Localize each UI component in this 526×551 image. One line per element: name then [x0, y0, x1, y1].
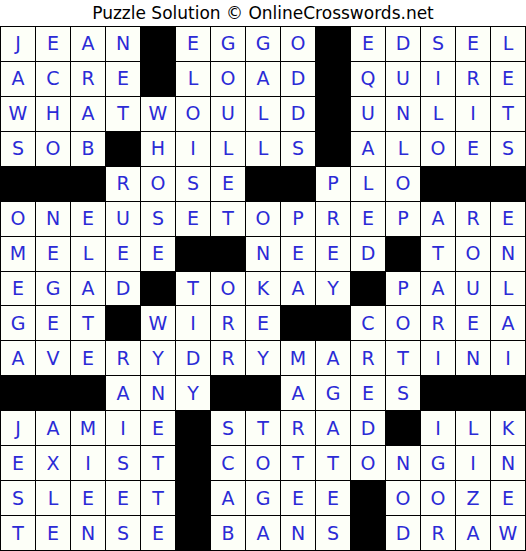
letter-cell: Y [316, 272, 350, 306]
letter-cell: T [176, 272, 210, 306]
letter-cell: G [316, 376, 350, 410]
letter-cell: Z [456, 481, 490, 515]
letter-cell: R [421, 306, 455, 340]
puzzle-solution-page: Puzzle Solution © OnlineCrosswords.net J… [0, 0, 526, 551]
letter-cell: D [281, 62, 315, 96]
letter-cell: E [281, 237, 315, 271]
letter-cell: T [1, 516, 35, 550]
block-cell [1, 167, 35, 201]
letter-cell: E [351, 27, 385, 61]
letter-cell: E [106, 237, 140, 271]
letter-cell: E [456, 306, 490, 340]
letter-cell: J [1, 411, 35, 445]
letter-cell: T [316, 446, 350, 480]
letter-cell: O [456, 237, 490, 271]
letter-cell: K [491, 411, 525, 445]
letter-cell: L [211, 132, 245, 166]
letter-cell: S [106, 516, 140, 550]
letter-cell: S [211, 411, 245, 445]
letter-cell: S [176, 167, 210, 201]
page-title: Puzzle Solution © OnlineCrosswords.net [92, 3, 434, 23]
letter-cell: Q [351, 62, 385, 96]
block-cell [36, 376, 70, 410]
letter-cell: R [316, 202, 350, 236]
letter-cell: O [36, 132, 70, 166]
block-cell [456, 167, 490, 201]
letter-cell: T [211, 202, 245, 236]
block-cell [316, 306, 350, 340]
letter-cell: S [386, 376, 420, 410]
letter-cell: E [176, 202, 210, 236]
letter-cell: O [1, 202, 35, 236]
letter-cell: S [141, 202, 175, 236]
letter-cell: E [71, 202, 105, 236]
letter-cell: E [316, 237, 350, 271]
letter-cell: E [316, 481, 350, 515]
letter-cell: D [351, 237, 385, 271]
letter-cell: E [71, 481, 105, 515]
letter-cell: I [71, 446, 105, 480]
letter-cell: R [281, 411, 315, 445]
letter-cell: R [456, 62, 490, 96]
block-cell [386, 237, 420, 271]
block-cell [316, 132, 350, 166]
letter-cell: E [491, 481, 525, 515]
letter-cell: A [1, 341, 35, 375]
letter-cell: G [211, 27, 245, 61]
letter-cell: T [141, 446, 175, 480]
letter-cell: A [71, 272, 105, 306]
letter-cell: G [36, 272, 70, 306]
letter-cell: O [421, 132, 455, 166]
block-cell [176, 516, 210, 550]
letter-cell: S [491, 132, 525, 166]
letter-cell: E [211, 167, 245, 201]
block-cell [71, 376, 105, 410]
letter-cell: J [1, 27, 35, 61]
letter-cell: O [141, 167, 175, 201]
letter-cell: A [281, 272, 315, 306]
letter-cell: O [211, 272, 245, 306]
block-cell [106, 306, 140, 340]
letter-cell: R [421, 516, 455, 550]
letter-cell: A [421, 272, 455, 306]
letter-cell: D [386, 27, 420, 61]
letter-cell: M [1, 237, 35, 271]
letter-cell: H [141, 132, 175, 166]
letter-cell: A [316, 341, 350, 375]
letter-cell: T [386, 341, 420, 375]
crossword-grid: JEANEGGOEDSELACRELOADQUIREWHATWOULDUNLIT… [0, 26, 526, 551]
letter-cell: U [211, 97, 245, 131]
letter-cell: T [141, 481, 175, 515]
letter-cell: E [36, 237, 70, 271]
letter-cell: L [491, 272, 525, 306]
letter-cell: T [246, 411, 280, 445]
letter-cell: Y [176, 376, 210, 410]
letter-cell: N [281, 516, 315, 550]
block-cell [246, 376, 280, 410]
letter-cell: O [281, 27, 315, 61]
letter-cell: P [386, 272, 420, 306]
letter-cell: O [386, 481, 420, 515]
letter-cell: E [106, 481, 140, 515]
letter-cell: E [36, 27, 70, 61]
letter-cell: O [246, 446, 280, 480]
block-cell [491, 376, 525, 410]
letter-cell: L [421, 97, 455, 131]
letter-cell: L [36, 481, 70, 515]
letter-cell: Y [246, 341, 280, 375]
letter-cell: M [281, 341, 315, 375]
block-cell [36, 167, 70, 201]
letter-cell: E [176, 27, 210, 61]
letter-cell: U [106, 202, 140, 236]
title-bar: Puzzle Solution © OnlineCrosswords.net [0, 0, 526, 26]
block-cell [211, 237, 245, 271]
letter-cell: L [71, 237, 105, 271]
letter-cell: I [456, 97, 490, 131]
block-cell [351, 272, 385, 306]
letter-cell: I [176, 132, 210, 166]
letter-cell: E [1, 446, 35, 480]
letter-cell: W [141, 306, 175, 340]
block-cell [141, 272, 175, 306]
block-cell [281, 306, 315, 340]
block-cell [176, 446, 210, 480]
letter-cell: O [246, 202, 280, 236]
letter-cell: A [36, 411, 70, 445]
letter-cell: T [421, 237, 455, 271]
block-cell [421, 167, 455, 201]
block-cell [141, 62, 175, 96]
block-cell [106, 132, 140, 166]
block-cell [351, 516, 385, 550]
letter-cell: E [36, 306, 70, 340]
letter-cell: G [246, 481, 280, 515]
letter-cell: H [36, 97, 70, 131]
block-cell [246, 167, 280, 201]
letter-cell: E [141, 516, 175, 550]
letter-cell: N [456, 341, 490, 375]
letter-cell: A [456, 516, 490, 550]
letter-cell: L [491, 27, 525, 61]
letter-cell: R [106, 341, 140, 375]
letter-cell: P [386, 202, 420, 236]
letter-cell: R [456, 202, 490, 236]
letter-cell: N [106, 27, 140, 61]
letter-cell: W [141, 97, 175, 131]
block-cell [71, 167, 105, 201]
letter-cell: I [106, 411, 140, 445]
block-cell [386, 411, 420, 445]
letter-cell: O [386, 306, 420, 340]
letter-cell: O [421, 481, 455, 515]
letter-cell: C [211, 446, 245, 480]
block-cell [176, 481, 210, 515]
letter-cell: U [351, 97, 385, 131]
letter-cell: A [281, 376, 315, 410]
letter-cell: T [281, 446, 315, 480]
letter-cell: A [246, 62, 280, 96]
letter-cell: I [176, 306, 210, 340]
letter-cell: T [106, 97, 140, 131]
letter-cell: V [36, 341, 70, 375]
block-cell [281, 167, 315, 201]
letter-cell: G [246, 27, 280, 61]
letter-cell: E [246, 306, 280, 340]
letter-cell: D [386, 516, 420, 550]
letter-cell: A [211, 481, 245, 515]
letter-cell: N [246, 237, 280, 271]
letter-cell: P [281, 202, 315, 236]
letter-cell: A [246, 516, 280, 550]
letter-cell: N [71, 516, 105, 550]
letter-cell: E [456, 132, 490, 166]
block-cell [456, 376, 490, 410]
letter-cell: A [71, 27, 105, 61]
letter-cell: B [211, 516, 245, 550]
letter-cell: W [1, 97, 35, 131]
letter-cell: R [106, 167, 140, 201]
letter-cell: S [316, 516, 350, 550]
block-cell [176, 237, 210, 271]
letter-cell: N [491, 237, 525, 271]
letter-cell: E [456, 27, 490, 61]
letter-cell: O [211, 62, 245, 96]
block-cell [316, 97, 350, 131]
letter-cell: E [491, 202, 525, 236]
letter-cell: E [36, 516, 70, 550]
letter-cell: L [456, 411, 490, 445]
letter-cell: I [491, 341, 525, 375]
letter-cell: M [71, 411, 105, 445]
letter-cell: R [211, 306, 245, 340]
letter-cell: N [36, 202, 70, 236]
letter-cell: T [71, 306, 105, 340]
letter-cell: A [316, 411, 350, 445]
letter-cell: I [456, 446, 490, 480]
letter-cell: E [491, 62, 525, 96]
letter-cell: S [281, 132, 315, 166]
letter-cell: A [1, 62, 35, 96]
letter-cell: C [36, 62, 70, 96]
letter-cell: D [281, 97, 315, 131]
letter-cell: P [316, 167, 350, 201]
letter-cell: R [71, 62, 105, 96]
letter-cell: N [386, 446, 420, 480]
letter-cell: O [176, 97, 210, 131]
letter-cell: D [351, 411, 385, 445]
letter-cell: E [351, 202, 385, 236]
letter-cell: E [141, 237, 175, 271]
block-cell [176, 411, 210, 445]
letter-cell: E [71, 341, 105, 375]
letter-cell: L [386, 132, 420, 166]
letter-cell: O [351, 446, 385, 480]
letter-cell: N [386, 97, 420, 131]
block-cell [141, 27, 175, 61]
letter-cell: K [246, 272, 280, 306]
letter-cell: U [386, 62, 420, 96]
letter-cell: L [351, 167, 385, 201]
letter-cell: R [211, 341, 245, 375]
letter-cell: A [106, 376, 140, 410]
letter-cell: S [421, 27, 455, 61]
letter-cell: W [491, 516, 525, 550]
letter-cell: T [491, 97, 525, 131]
block-cell [1, 376, 35, 410]
block-cell [316, 27, 350, 61]
block-cell [211, 376, 245, 410]
letter-cell: A [421, 202, 455, 236]
letter-cell: O [386, 167, 420, 201]
letter-cell: I [421, 411, 455, 445]
letter-cell: R [351, 341, 385, 375]
letter-cell: L [176, 62, 210, 96]
block-cell [491, 167, 525, 201]
letter-cell: G [1, 306, 35, 340]
block-cell [421, 376, 455, 410]
letter-cell: S [1, 132, 35, 166]
letter-cell: L [246, 132, 280, 166]
letter-cell: G [421, 446, 455, 480]
letter-cell: L [246, 97, 280, 131]
letter-cell: E [106, 62, 140, 96]
letter-cell: A [71, 97, 105, 131]
letter-cell: C [351, 306, 385, 340]
letter-cell: S [1, 481, 35, 515]
letter-cell: D [176, 341, 210, 375]
letter-cell: I [421, 341, 455, 375]
letter-cell: Y [141, 341, 175, 375]
block-cell [316, 62, 350, 96]
letter-cell: E [1, 272, 35, 306]
letter-cell: A [491, 306, 525, 340]
block-cell [351, 481, 385, 515]
letter-cell: E [141, 411, 175, 445]
letter-cell: A [351, 132, 385, 166]
letter-cell: U [456, 272, 490, 306]
letter-cell: I [421, 62, 455, 96]
letter-cell: N [491, 446, 525, 480]
letter-cell: X [36, 446, 70, 480]
letter-cell: E [281, 481, 315, 515]
letter-cell: D [106, 272, 140, 306]
letter-cell: N [141, 376, 175, 410]
letter-cell: E [351, 376, 385, 410]
letter-cell: S [106, 446, 140, 480]
letter-cell: B [71, 132, 105, 166]
